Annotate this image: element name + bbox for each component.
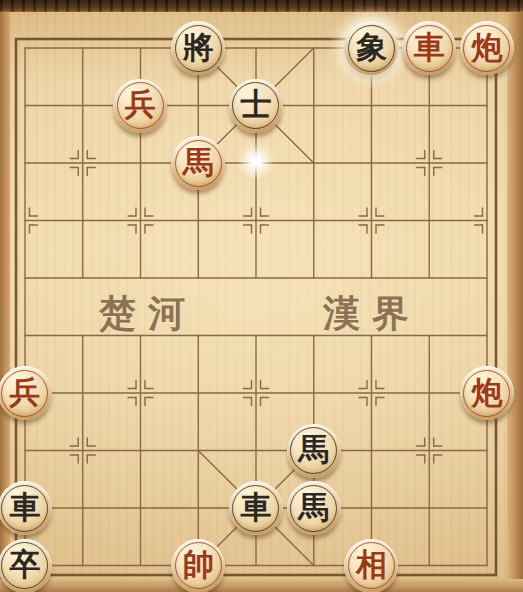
piece-glyph: 炮 [471, 377, 502, 408]
piece-red-elephant[interactable]: 相 [344, 539, 398, 592]
board-edge-bottom [0, 579, 523, 592]
piece-glyph: 炮 [471, 32, 502, 63]
piece-glyph: 車 [240, 492, 271, 523]
piece-glyph: 兵 [125, 89, 156, 120]
piece-red-chariot[interactable]: 車 [402, 21, 456, 75]
piece-glyph: 馬 [298, 492, 329, 523]
piece-red-soldier-2[interactable]: 兵 [0, 366, 52, 420]
board-edge-right [507, 12, 523, 592]
piece-black-horse-2[interactable]: 馬 [287, 481, 341, 535]
xiangqi-board: 楚河 漢界 將象車炮兵士馬兵炮馬車車馬卒帥相 [0, 0, 523, 592]
piece-glyph: 兵 [9, 377, 40, 408]
river-label-right: 漢界 [323, 292, 421, 334]
piece-black-horse-1[interactable]: 馬 [287, 424, 341, 478]
piece-glyph: 卒 [9, 549, 40, 580]
piece-red-general[interactable]: 帥 [171, 539, 225, 592]
piece-red-soldier-1[interactable]: 兵 [113, 79, 167, 133]
piece-glyph: 象 [356, 32, 387, 63]
piece-black-general[interactable]: 將 [171, 21, 225, 75]
river-label-left: 楚河 [99, 292, 197, 334]
piece-red-cannon-1[interactable]: 炮 [460, 21, 514, 75]
piece-glyph: 士 [240, 89, 271, 120]
piece-black-soldier[interactable]: 卒 [0, 539, 52, 592]
piece-glyph: 相 [356, 549, 387, 580]
piece-glyph: 車 [414, 32, 445, 63]
piece-glyph: 馬 [298, 434, 329, 465]
piece-glyph: 車 [9, 492, 40, 523]
piece-glyph: 將 [183, 32, 214, 63]
piece-glyph: 馬 [183, 147, 214, 178]
piece-red-horse[interactable]: 馬 [171, 136, 225, 190]
piece-black-chariot-2[interactable]: 車 [229, 481, 283, 535]
piece-red-cannon-2[interactable]: 炮 [460, 366, 514, 420]
piece-black-chariot-1[interactable]: 車 [0, 481, 52, 535]
piece-black-advisor[interactable]: 士 [229, 79, 283, 133]
board-edge-top [0, 0, 523, 12]
piece-glyph: 帥 [183, 549, 214, 580]
